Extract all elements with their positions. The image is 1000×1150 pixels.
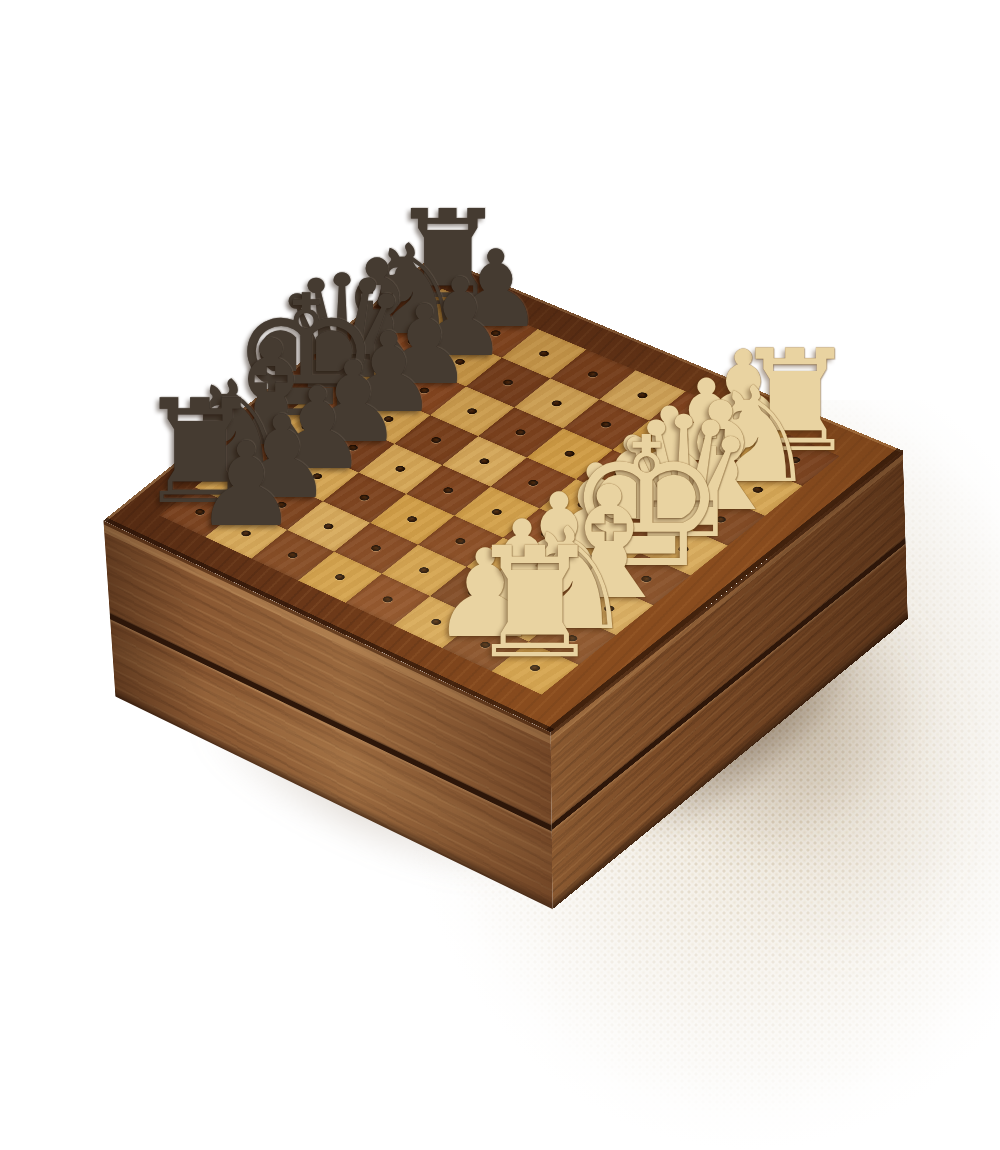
photo-scene: ♜♞♝♛♚♝♞♜♟♟♟♟♟♟♟♟♟♟♟♟♟♟♟♟♜♞♝♛♚♝♞♜ [0,0,1000,1150]
